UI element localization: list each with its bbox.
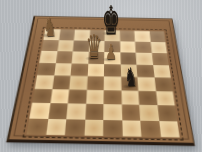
square-h8 bbox=[149, 31, 165, 42]
square-a4 bbox=[35, 75, 54, 89]
square-b4 bbox=[52, 75, 71, 89]
square-f5 bbox=[120, 64, 137, 77]
square-a6 bbox=[39, 50, 57, 62]
square-a5 bbox=[37, 62, 55, 75]
square-h6 bbox=[151, 52, 168, 64]
square-b6 bbox=[55, 51, 72, 63]
square-f1 bbox=[122, 119, 142, 136]
square-d8 bbox=[89, 30, 104, 41]
square-d4 bbox=[86, 76, 103, 90]
square-e3 bbox=[104, 89, 122, 104]
square-d1 bbox=[84, 119, 103, 136]
square-c6 bbox=[72, 51, 89, 63]
square-g7 bbox=[135, 41, 151, 52]
square-e2 bbox=[103, 104, 121, 120]
square-c5 bbox=[70, 63, 87, 76]
square-h3 bbox=[156, 90, 175, 105]
square-c7 bbox=[73, 40, 89, 51]
square-c8 bbox=[74, 29, 90, 40]
square-f3 bbox=[121, 90, 139, 105]
square-e4 bbox=[104, 76, 121, 90]
board-perspective-wrapper bbox=[0, 0, 202, 152]
square-e1 bbox=[103, 119, 122, 136]
square-b5 bbox=[54, 62, 72, 75]
square-f2 bbox=[121, 104, 140, 120]
square-g4 bbox=[137, 77, 155, 91]
square-d2 bbox=[85, 103, 104, 119]
square-f6 bbox=[120, 52, 137, 64]
square-c3 bbox=[68, 89, 87, 104]
square-f8 bbox=[119, 30, 135, 41]
square-h2 bbox=[157, 105, 177, 121]
square-h7 bbox=[150, 41, 167, 52]
chessboard-photo: ♞♚♛♟♞ bbox=[0, 0, 202, 152]
square-e6 bbox=[104, 52, 120, 64]
square-g8 bbox=[134, 30, 150, 41]
square-a1 bbox=[27, 118, 48, 135]
square-g5 bbox=[137, 64, 155, 77]
square-f4 bbox=[121, 76, 139, 90]
square-d5 bbox=[87, 63, 104, 76]
square-g3 bbox=[138, 90, 157, 105]
square-b1 bbox=[46, 118, 67, 135]
square-c1 bbox=[65, 118, 85, 135]
square-g6 bbox=[136, 52, 153, 64]
square-h1 bbox=[159, 120, 180, 137]
square-b8 bbox=[59, 29, 75, 40]
chess-board bbox=[6, 15, 195, 145]
board-squares bbox=[27, 29, 180, 137]
square-b2 bbox=[48, 103, 68, 119]
square-b3 bbox=[50, 88, 69, 103]
square-h5 bbox=[153, 64, 171, 77]
square-c2 bbox=[66, 103, 85, 119]
square-f7 bbox=[120, 41, 136, 52]
square-a7 bbox=[41, 39, 58, 50]
square-e7 bbox=[104, 40, 120, 51]
square-b7 bbox=[57, 40, 74, 51]
square-e8 bbox=[104, 30, 119, 41]
square-c4 bbox=[69, 75, 87, 89]
square-g1 bbox=[140, 120, 160, 137]
square-a3 bbox=[32, 88, 52, 103]
square-e5 bbox=[104, 63, 121, 76]
square-d6 bbox=[88, 51, 104, 63]
square-a2 bbox=[29, 102, 50, 118]
square-d3 bbox=[86, 89, 104, 104]
square-d7 bbox=[89, 40, 105, 51]
playing-area-border bbox=[22, 27, 183, 140]
square-g2 bbox=[139, 104, 158, 120]
square-h4 bbox=[154, 77, 173, 91]
square-a8 bbox=[43, 29, 60, 40]
